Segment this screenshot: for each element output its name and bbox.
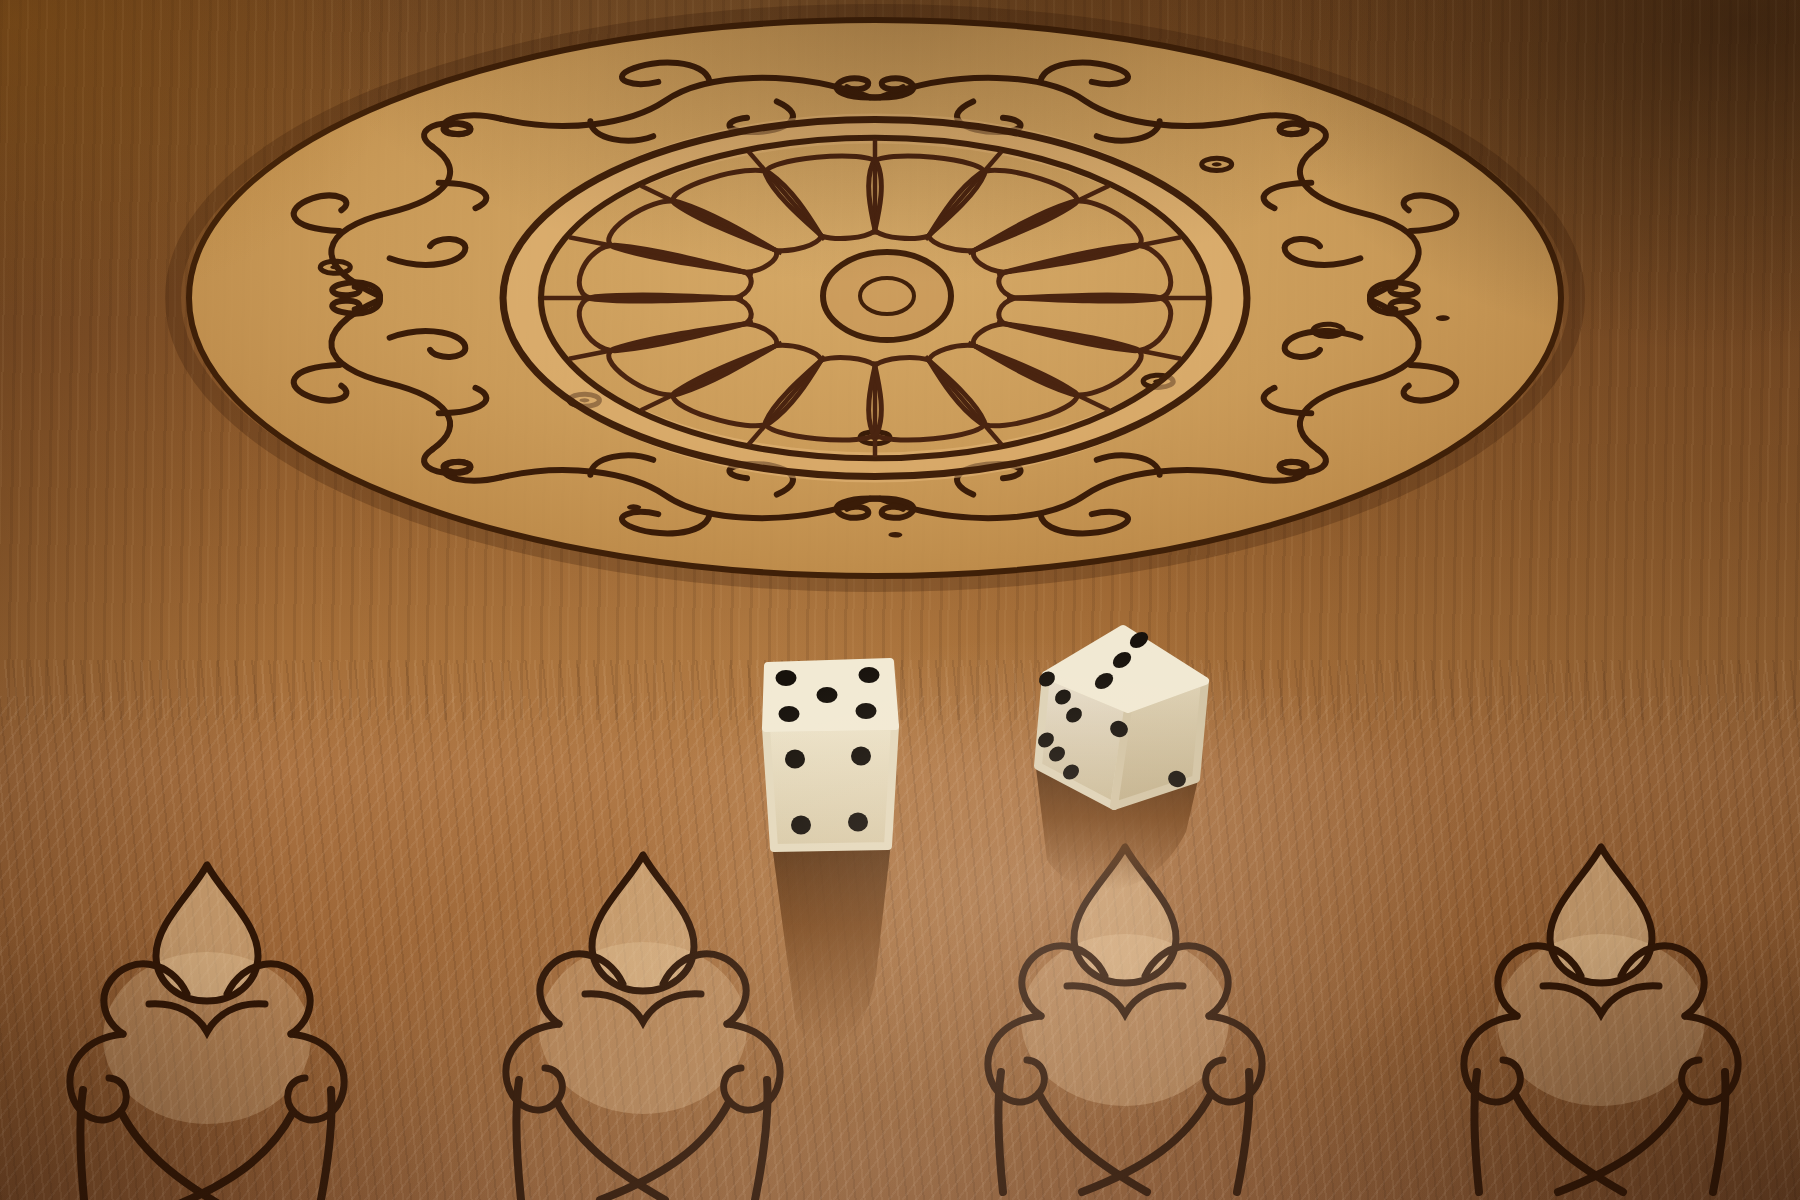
point-1[interactable]	[70, 865, 344, 1200]
point-4[interactable]	[1464, 847, 1738, 1192]
die-left-front-face	[766, 726, 895, 848]
die-left[interactable]	[766, 662, 895, 848]
backgammon-board-photo	[0, 0, 1800, 1200]
left-die-shadow	[772, 843, 891, 1048]
point-3[interactable]	[988, 847, 1262, 1192]
board-points[interactable]	[70, 847, 1738, 1200]
point-2[interactable]	[506, 855, 780, 1200]
rosette-medallion	[173, 12, 1577, 584]
die-right[interactable]	[1035, 629, 1205, 806]
board-carvings-and-dice	[0, 0, 1800, 1200]
wheel-hub	[823, 252, 951, 340]
